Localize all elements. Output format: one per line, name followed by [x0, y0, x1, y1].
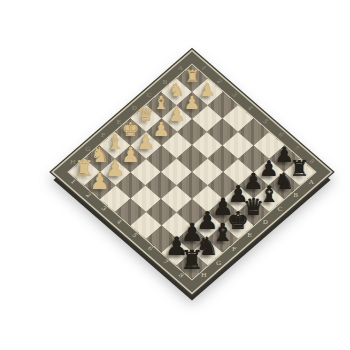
piece-white-pawn-c2[interactable]: ♟ [168, 107, 185, 126]
chess-set-photo: 1122334455667788AABBCCDDEEFFGGHH ♜♞♝♛♚♝♞… [0, 0, 350, 350]
piece-white-bishop-c1[interactable]: ♝ [153, 94, 169, 112]
piece-white-rook-a1[interactable]: ♜ [184, 69, 199, 86]
piece-white-knight-b1[interactable]: ♞ [169, 81, 185, 99]
piece-white-pawn-b2[interactable]: ♟ [184, 94, 200, 112]
piece-white-pawn-h2[interactable]: ♟ [90, 170, 110, 192]
piece-white-pawn-d2[interactable]: ♟ [152, 119, 169, 139]
piece-black-rook-h8[interactable]: ♜ [180, 246, 203, 272]
piece-white-pawn-a2[interactable]: ♟ [200, 81, 216, 99]
